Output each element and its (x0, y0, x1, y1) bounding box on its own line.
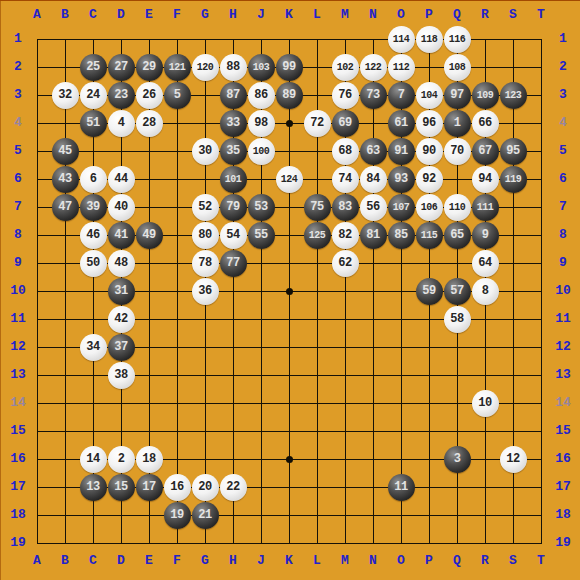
go-stone[interactable]: 92 (416, 166, 443, 193)
move-number: 63 (366, 144, 379, 158)
move-number: 92 (422, 172, 435, 186)
go-stone[interactable]: 99 (276, 54, 303, 81)
move-number: 39 (86, 200, 99, 214)
move-number: 120 (197, 62, 214, 73)
row-label-right: 12 (550, 340, 576, 354)
column-label-top: J (248, 8, 274, 22)
move-number: 85 (394, 228, 407, 242)
go-stone[interactable]: 26 (136, 82, 163, 109)
move-number: 82 (338, 228, 351, 242)
move-number: 50 (86, 256, 99, 270)
go-stone[interactable]: 103 (248, 54, 275, 81)
go-stone[interactable]: 67 (472, 138, 499, 165)
go-stone[interactable]: 63 (360, 138, 387, 165)
column-label-bottom: L (304, 554, 330, 568)
go-stone[interactable]: 85 (388, 222, 415, 249)
go-stone[interactable]: 27 (108, 54, 135, 81)
go-stone[interactable]: 89 (276, 82, 303, 109)
column-label-bottom: B (52, 554, 78, 568)
go-stone[interactable]: 52 (192, 194, 219, 221)
row-label-right: 17 (550, 480, 576, 494)
move-number: 98 (254, 116, 267, 130)
go-stone[interactable]: 122 (360, 54, 387, 81)
go-stone[interactable]: 50 (80, 250, 107, 277)
move-number: 41 (114, 228, 127, 242)
row-label-left: 12 (5, 340, 31, 354)
column-label-bottom: K (276, 554, 302, 568)
move-number: 69 (338, 116, 351, 130)
column-label-top: N (360, 8, 386, 22)
go-stone[interactable]: 45 (52, 138, 79, 165)
go-stone[interactable]: 51 (80, 110, 107, 137)
grid-line-horizontal (37, 431, 542, 432)
go-stone[interactable]: 17 (136, 474, 163, 501)
move-number: 7 (398, 88, 405, 102)
go-stone[interactable]: 33 (220, 110, 247, 137)
move-number: 91 (394, 144, 407, 158)
move-number: 22 (226, 480, 239, 494)
move-number: 73 (366, 88, 379, 102)
go-stone[interactable]: 109 (472, 82, 499, 109)
move-number: 51 (86, 116, 99, 130)
move-number: 11 (394, 480, 407, 494)
move-number: 101 (225, 174, 242, 185)
move-number: 55 (254, 228, 267, 242)
column-label-bottom: M (332, 554, 358, 568)
row-label-left: 6 (5, 172, 31, 186)
go-stone[interactable]: 96 (416, 110, 443, 137)
go-stone[interactable]: 35 (220, 138, 247, 165)
move-number: 44 (114, 172, 127, 186)
move-number: 62 (338, 256, 351, 270)
move-number: 14 (86, 452, 99, 466)
move-number: 40 (114, 200, 127, 214)
go-stone[interactable]: 86 (248, 82, 275, 109)
go-stone[interactable]: 121 (164, 54, 191, 81)
move-number: 3 (454, 452, 461, 466)
move-number: 102 (337, 62, 354, 73)
move-number: 16 (170, 480, 183, 494)
grid-line-vertical (541, 39, 542, 544)
column-label-bottom: F (164, 554, 190, 568)
go-stone[interactable]: 69 (332, 110, 359, 137)
go-stone[interactable]: 28 (136, 110, 163, 137)
star-point (286, 456, 293, 463)
move-number: 10 (478, 396, 491, 410)
move-number: 5 (174, 88, 181, 102)
move-number: 109 (477, 90, 494, 101)
go-stone[interactable]: 106 (416, 194, 443, 221)
grid-line-horizontal (37, 515, 542, 516)
go-stone[interactable]: 41 (108, 222, 135, 249)
row-label-right: 18 (550, 508, 576, 522)
move-number: 1 (454, 116, 461, 130)
go-stone[interactable]: 59 (416, 278, 443, 305)
go-stone[interactable]: 54 (220, 222, 247, 249)
go-stone[interactable]: 76 (332, 82, 359, 109)
go-stone[interactable]: 20 (192, 474, 219, 501)
column-label-bottom: C (80, 554, 106, 568)
grid-line-horizontal (37, 543, 542, 544)
go-stone[interactable]: 46 (80, 222, 107, 249)
move-number: 119 (505, 174, 522, 185)
move-number: 25 (86, 60, 99, 74)
column-label-bottom: P (416, 554, 442, 568)
go-stone[interactable]: 32 (52, 82, 79, 109)
move-number: 103 (253, 62, 270, 73)
column-label-bottom: A (24, 554, 50, 568)
move-number: 15 (114, 480, 127, 494)
row-label-right: 4 (550, 116, 576, 130)
go-stone[interactable]: 56 (360, 194, 387, 221)
move-number: 21 (198, 508, 211, 522)
go-stone[interactable]: 39 (80, 194, 107, 221)
go-stone[interactable]: 64 (472, 250, 499, 277)
go-stone[interactable]: 98 (248, 110, 275, 137)
go-stone[interactable]: 23 (108, 82, 135, 109)
move-number: 66 (478, 116, 491, 130)
move-number: 94 (478, 172, 491, 186)
go-stone[interactable]: 22 (220, 474, 247, 501)
column-label-top: O (388, 8, 414, 22)
move-number: 17 (142, 480, 155, 494)
row-label-right: 2 (550, 60, 576, 74)
row-label-left: 3 (5, 88, 31, 102)
row-label-left: 9 (5, 256, 31, 270)
go-stone[interactable]: 119 (500, 166, 527, 193)
move-number: 12 (506, 452, 519, 466)
row-label-right: 10 (550, 284, 576, 298)
go-stone[interactable]: 94 (472, 166, 499, 193)
go-stone[interactable]: 31 (108, 278, 135, 305)
move-number: 75 (310, 200, 323, 214)
move-number: 77 (226, 256, 239, 270)
go-stone[interactable]: 118 (416, 26, 443, 53)
go-stone[interactable]: 95 (500, 138, 527, 165)
move-number: 54 (226, 228, 239, 242)
move-number: 110 (449, 202, 466, 213)
move-number: 8 (482, 284, 489, 298)
star-point (286, 120, 293, 127)
go-stone[interactable]: 111 (472, 194, 499, 221)
go-stone[interactable]: 25 (80, 54, 107, 81)
column-label-bottom: E (136, 554, 162, 568)
go-stone[interactable]: 112 (388, 54, 415, 81)
row-label-left: 14 (5, 396, 31, 410)
move-number: 47 (58, 200, 71, 214)
move-number: 13 (86, 480, 99, 494)
go-stone[interactable]: 24 (80, 82, 107, 109)
go-stone[interactable]: 75 (304, 194, 331, 221)
move-number: 78 (198, 256, 211, 270)
row-label-right: 19 (550, 536, 576, 550)
go-stone[interactable]: 12 (500, 446, 527, 473)
go-stone[interactable]: 21 (192, 502, 219, 529)
move-number: 4 (118, 116, 125, 130)
go-stone[interactable]: 107 (388, 194, 415, 221)
go-stone[interactable]: 82 (332, 222, 359, 249)
row-label-left: 4 (5, 116, 31, 130)
go-stone[interactable]: 108 (444, 54, 471, 81)
move-number: 28 (142, 116, 155, 130)
move-number: 116 (449, 34, 466, 45)
move-number: 68 (338, 144, 351, 158)
go-stone[interactable]: 79 (220, 194, 247, 221)
column-label-bottom: O (388, 554, 414, 568)
go-stone[interactable]: 29 (136, 54, 163, 81)
go-stone[interactable]: 90 (416, 138, 443, 165)
go-stone[interactable]: 48 (108, 250, 135, 277)
go-stone[interactable]: 34 (80, 334, 107, 361)
go-stone[interactable]: 40 (108, 194, 135, 221)
go-stone[interactable]: 1 (444, 110, 471, 137)
move-number: 106 (421, 202, 438, 213)
go-stone[interactable]: 36 (192, 278, 219, 305)
go-board-diagram: AABBCCDDEEFFGGHHJJKKLLMMNNOOPPQQRRSSTT11… (0, 0, 580, 580)
row-label-right: 8 (550, 228, 576, 242)
go-stone[interactable]: 72 (304, 110, 331, 137)
move-number: 59 (422, 284, 435, 298)
column-label-top: H (220, 8, 246, 22)
row-label-right: 11 (550, 312, 576, 326)
row-label-right: 3 (550, 88, 576, 102)
go-stone[interactable]: 47 (52, 194, 79, 221)
go-stone[interactable]: 88 (220, 54, 247, 81)
go-stone[interactable]: 44 (108, 166, 135, 193)
go-stone[interactable]: 102 (332, 54, 359, 81)
go-stone[interactable]: 74 (332, 166, 359, 193)
row-label-right: 7 (550, 200, 576, 214)
go-stone[interactable]: 5 (164, 82, 191, 109)
go-stone[interactable]: 91 (388, 138, 415, 165)
column-label-top: G (192, 8, 218, 22)
go-stone[interactable]: 101 (220, 166, 247, 193)
move-number: 76 (338, 88, 351, 102)
column-label-top: A (24, 8, 50, 22)
move-number: 97 (450, 88, 463, 102)
move-number: 121 (169, 62, 186, 73)
move-number: 30 (198, 144, 211, 158)
column-label-bottom: T (528, 554, 554, 568)
row-label-left: 11 (5, 312, 31, 326)
go-stone[interactable]: 65 (444, 222, 471, 249)
row-label-right: 16 (550, 452, 576, 466)
move-number: 33 (226, 116, 239, 130)
row-label-right: 14 (550, 396, 576, 410)
row-label-right: 13 (550, 368, 576, 382)
column-label-top: T (528, 8, 554, 22)
move-number: 111 (477, 202, 494, 213)
go-stone[interactable]: 81 (360, 222, 387, 249)
go-stone[interactable]: 70 (444, 138, 471, 165)
go-stone[interactable]: 53 (248, 194, 275, 221)
move-number: 32 (58, 88, 71, 102)
row-label-left: 19 (5, 536, 31, 550)
column-label-top: E (136, 8, 162, 22)
row-label-left: 7 (5, 200, 31, 214)
move-number: 84 (366, 172, 379, 186)
move-number: 19 (170, 508, 183, 522)
move-number: 96 (422, 116, 435, 130)
grid-line-horizontal (37, 403, 542, 404)
move-number: 23 (114, 88, 127, 102)
move-number: 34 (86, 340, 99, 354)
move-number: 65 (450, 228, 463, 242)
move-number: 100 (253, 146, 270, 157)
move-number: 27 (114, 60, 127, 74)
move-number: 122 (365, 62, 382, 73)
move-number: 31 (114, 284, 127, 298)
go-stone[interactable]: 124 (276, 166, 303, 193)
move-number: 83 (338, 200, 351, 214)
go-stone[interactable]: 120 (192, 54, 219, 81)
grid-line-vertical (373, 39, 374, 544)
go-stone[interactable]: 3 (444, 446, 471, 473)
column-label-top: K (276, 8, 302, 22)
go-stone[interactable]: 66 (472, 110, 499, 137)
move-number: 6 (90, 172, 97, 186)
column-label-top: R (472, 8, 498, 22)
go-stone[interactable]: 93 (388, 166, 415, 193)
go-stone[interactable]: 87 (220, 82, 247, 109)
column-label-bottom: N (360, 554, 386, 568)
go-stone[interactable]: 123 (500, 82, 527, 109)
go-stone[interactable]: 77 (220, 250, 247, 277)
go-stone[interactable]: 62 (332, 250, 359, 277)
move-number: 90 (422, 144, 435, 158)
go-stone[interactable]: 110 (444, 194, 471, 221)
move-number: 93 (394, 172, 407, 186)
move-number: 29 (142, 60, 155, 74)
go-stone[interactable]: 8 (472, 278, 499, 305)
go-stone[interactable]: 58 (444, 306, 471, 333)
move-number: 61 (394, 116, 407, 130)
move-number: 123 (505, 90, 522, 101)
go-stone[interactable]: 42 (108, 306, 135, 333)
move-number: 43 (58, 172, 71, 186)
move-number: 20 (198, 480, 211, 494)
move-number: 26 (142, 88, 155, 102)
column-label-bottom: J (248, 554, 274, 568)
go-stone[interactable]: 37 (108, 334, 135, 361)
go-stone[interactable]: 84 (360, 166, 387, 193)
row-label-left: 8 (5, 228, 31, 242)
go-stone[interactable]: 114 (388, 26, 415, 53)
go-stone[interactable]: 38 (108, 362, 135, 389)
go-stone[interactable]: 13 (80, 474, 107, 501)
move-number: 2 (118, 452, 125, 466)
go-stone[interactable]: 43 (52, 166, 79, 193)
go-stone[interactable]: 73 (360, 82, 387, 109)
row-label-left: 13 (5, 368, 31, 382)
move-number: 64 (478, 256, 491, 270)
row-label-right: 15 (550, 424, 576, 438)
row-label-right: 9 (550, 256, 576, 270)
go-stone[interactable]: 30 (192, 138, 219, 165)
go-stone[interactable]: 61 (388, 110, 415, 137)
move-number: 38 (114, 368, 127, 382)
row-label-left: 10 (5, 284, 31, 298)
go-stone[interactable]: 4 (108, 110, 135, 137)
go-stone[interactable]: 100 (248, 138, 275, 165)
go-stone[interactable]: 80 (192, 222, 219, 249)
column-label-top: S (500, 8, 526, 22)
go-stone[interactable]: 104 (416, 82, 443, 109)
go-stone[interactable]: 18 (136, 446, 163, 473)
column-label-bottom: Q (444, 554, 470, 568)
move-number: 49 (142, 228, 155, 242)
go-stone[interactable]: 16 (164, 474, 191, 501)
row-label-left: 18 (5, 508, 31, 522)
go-stone[interactable]: 19 (164, 502, 191, 529)
column-label-bottom: R (472, 554, 498, 568)
go-stone[interactable]: 2 (108, 446, 135, 473)
move-number: 46 (86, 228, 99, 242)
go-stone[interactable]: 97 (444, 82, 471, 109)
row-label-left: 5 (5, 144, 31, 158)
move-number: 88 (226, 60, 239, 74)
go-stone[interactable]: 11 (388, 474, 415, 501)
column-label-top: L (304, 8, 330, 22)
move-number: 37 (114, 340, 127, 354)
go-stone[interactable]: 57 (444, 278, 471, 305)
go-stone[interactable]: 116 (444, 26, 471, 53)
row-label-right: 1 (550, 32, 576, 46)
go-stone[interactable]: 6 (80, 166, 107, 193)
go-stone[interactable]: 14 (80, 446, 107, 473)
move-number: 95 (506, 144, 519, 158)
column-label-top: Q (444, 8, 470, 22)
go-stone[interactable]: 10 (472, 390, 499, 417)
move-number: 18 (142, 452, 155, 466)
go-stone[interactable]: 15 (108, 474, 135, 501)
move-number: 72 (310, 116, 323, 130)
go-stone[interactable]: 125 (304, 222, 331, 249)
column-label-top: D (108, 8, 134, 22)
column-label-top: B (52, 8, 78, 22)
go-stone[interactable]: 49 (136, 222, 163, 249)
go-stone[interactable]: 115 (416, 222, 443, 249)
move-number: 70 (450, 144, 463, 158)
column-label-top: P (416, 8, 442, 22)
go-stone[interactable]: 55 (248, 222, 275, 249)
move-number: 89 (282, 88, 295, 102)
move-number: 87 (226, 88, 239, 102)
row-label-right: 6 (550, 172, 576, 186)
move-number: 124 (281, 174, 298, 185)
column-label-bottom: D (108, 554, 134, 568)
move-number: 57 (450, 284, 463, 298)
go-stone[interactable]: 9 (472, 222, 499, 249)
move-number: 36 (198, 284, 211, 298)
go-stone[interactable]: 83 (332, 194, 359, 221)
column-label-top: M (332, 8, 358, 22)
go-stone[interactable]: 7 (388, 82, 415, 109)
move-number: 112 (393, 62, 410, 73)
move-number: 114 (393, 34, 410, 45)
move-number: 9 (482, 228, 489, 242)
move-number: 118 (421, 34, 438, 45)
move-number: 42 (114, 312, 127, 326)
row-label-left: 17 (5, 480, 31, 494)
column-label-bottom: G (192, 554, 218, 568)
move-number: 45 (58, 144, 71, 158)
go-stone[interactable]: 68 (332, 138, 359, 165)
move-number: 86 (254, 88, 267, 102)
row-label-right: 5 (550, 144, 576, 158)
move-number: 104 (421, 90, 438, 101)
go-stone[interactable]: 78 (192, 250, 219, 277)
